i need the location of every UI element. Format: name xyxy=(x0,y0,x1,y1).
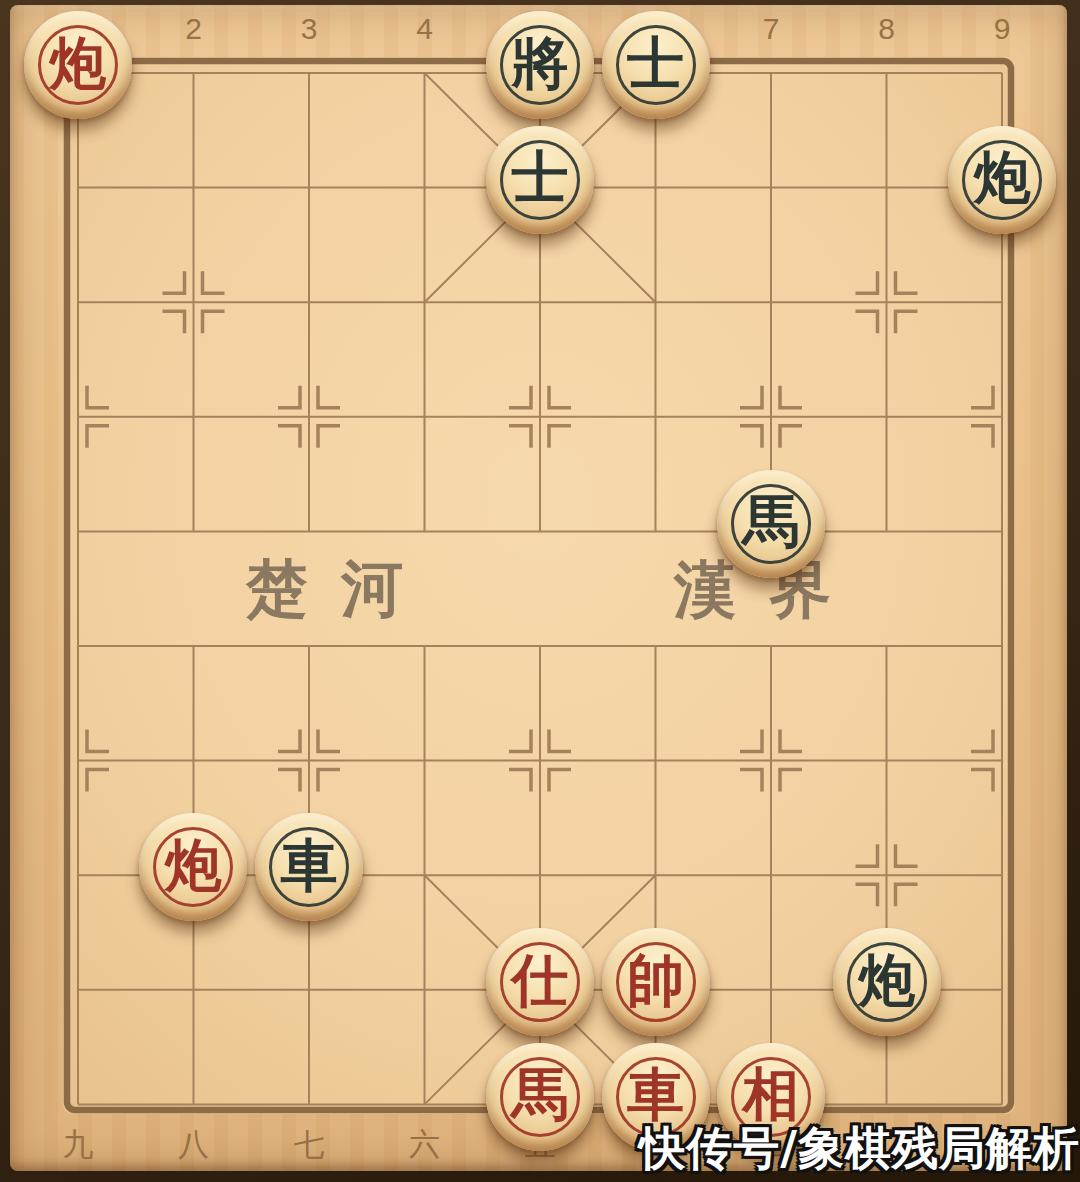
file-label-top: 2 xyxy=(164,12,224,46)
piece-character: 炮 xyxy=(858,952,915,1009)
red-general[interactable]: 帥 xyxy=(602,928,710,1036)
red-cannon[interactable]: 炮 xyxy=(24,11,132,119)
piece-character: 帥 xyxy=(627,952,684,1009)
black-chariot[interactable]: 車 xyxy=(255,813,363,921)
red-horse[interactable]: 馬 xyxy=(486,1043,594,1151)
piece-character: 炮 xyxy=(49,35,106,92)
black-cannon[interactable]: 炮 xyxy=(948,126,1056,234)
piece-character: 炮 xyxy=(974,149,1031,206)
red-advisor[interactable]: 仕 xyxy=(486,928,594,1036)
file-label-bottom: 八 xyxy=(164,1124,224,1166)
file-label-top: 8 xyxy=(857,12,917,46)
file-label-bottom: 九 xyxy=(48,1124,108,1166)
black-cannon[interactable]: 炮 xyxy=(833,928,941,1036)
piece-character: 將 xyxy=(511,35,568,92)
piece-character: 相 xyxy=(743,1066,800,1123)
black-advisor[interactable]: 士 xyxy=(602,11,710,119)
piece-character: 士 xyxy=(627,35,684,92)
file-label-bottom: 六 xyxy=(395,1124,455,1166)
river-label-chu-he: 楚河 xyxy=(246,547,436,631)
file-label-top: 4 xyxy=(395,12,455,46)
black-horse[interactable]: 馬 xyxy=(717,470,825,578)
file-label-bottom: 七 xyxy=(279,1124,339,1166)
piece-character: 車 xyxy=(280,837,337,894)
file-label-top: 3 xyxy=(279,12,339,46)
piece-character: 士 xyxy=(511,149,568,206)
piece-character: 炮 xyxy=(165,837,222,894)
watermark-text: 快传号/象棋残局解析 xyxy=(639,1118,1080,1180)
piece-character: 仕 xyxy=(511,952,568,1009)
piece-character: 馬 xyxy=(511,1066,568,1123)
piece-character: 車 xyxy=(627,1066,684,1123)
xiangqi-game-screen: 123456789 九八七六五四三二一 楚河 漢界 炮將士士炮馬炮車仕帥炮馬車相… xyxy=(0,0,1080,1182)
black-general[interactable]: 將 xyxy=(486,11,594,119)
piece-character: 馬 xyxy=(743,493,800,550)
black-advisor[interactable]: 士 xyxy=(486,126,594,234)
file-label-top: 7 xyxy=(741,12,801,46)
file-label-top: 9 xyxy=(972,12,1032,46)
